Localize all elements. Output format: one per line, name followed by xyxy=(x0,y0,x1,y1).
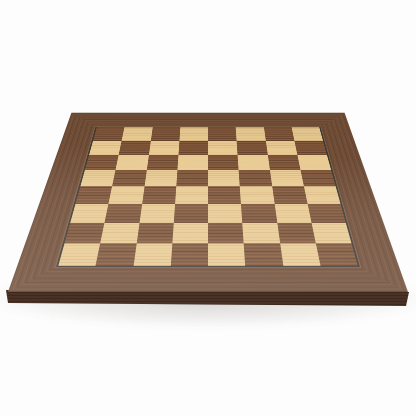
square-r5c1[interactable] xyxy=(75,186,112,204)
square-r5c7[interactable] xyxy=(272,186,308,204)
square-r6c7[interactable] xyxy=(274,204,311,223)
square-r5c5[interactable] xyxy=(208,186,241,204)
square-r2c1[interactable] xyxy=(89,141,122,155)
square-r7c2[interactable] xyxy=(100,223,139,244)
square-r8c8[interactable] xyxy=(316,243,358,265)
chess-board xyxy=(8,113,408,292)
square-r1c6[interactable] xyxy=(236,127,266,140)
square-r3c6[interactable] xyxy=(238,155,270,170)
square-r7c4[interactable] xyxy=(172,223,208,244)
square-r2c4[interactable] xyxy=(178,141,208,155)
square-r2c2[interactable] xyxy=(119,141,151,155)
square-r7c5[interactable] xyxy=(208,223,244,244)
square-r3c2[interactable] xyxy=(116,155,149,170)
square-r3c7[interactable] xyxy=(267,155,300,170)
square-r8c6[interactable] xyxy=(244,243,283,265)
square-r1c3[interactable] xyxy=(151,127,181,140)
square-r1c4[interactable] xyxy=(179,127,208,140)
photo-background xyxy=(0,0,416,416)
square-r3c5[interactable] xyxy=(208,155,239,170)
square-r8c3[interactable] xyxy=(133,243,172,265)
square-r2c8[interactable] xyxy=(294,141,327,155)
square-r3c4[interactable] xyxy=(177,155,208,170)
square-r5c4[interactable] xyxy=(175,186,208,204)
square-r5c3[interactable] xyxy=(142,186,176,204)
square-r1c8[interactable] xyxy=(291,127,323,140)
square-r2c5[interactable] xyxy=(208,141,238,155)
square-r4c8[interactable] xyxy=(300,170,335,186)
square-r6c6[interactable] xyxy=(241,204,277,223)
square-r1c2[interactable] xyxy=(122,127,153,140)
square-r2c6[interactable] xyxy=(237,141,268,155)
square-r4c7[interactable] xyxy=(270,170,304,186)
square-r8c4[interactable] xyxy=(171,243,208,265)
square-r1c7[interactable] xyxy=(264,127,295,140)
square-r8c1[interactable] xyxy=(58,243,100,265)
square-r3c1[interactable] xyxy=(85,155,119,170)
square-r2c7[interactable] xyxy=(265,141,297,155)
square-r8c7[interactable] xyxy=(280,243,321,265)
square-r4c6[interactable] xyxy=(239,170,272,186)
square-r7c1[interactable] xyxy=(64,223,104,244)
square-r1c5[interactable] xyxy=(208,127,237,140)
square-r3c3[interactable] xyxy=(146,155,178,170)
square-r7c7[interactable] xyxy=(277,223,316,244)
square-r7c3[interactable] xyxy=(136,223,173,244)
square-r5c6[interactable] xyxy=(240,186,274,204)
square-r8c2[interactable] xyxy=(96,243,137,265)
square-r6c5[interactable] xyxy=(208,204,242,223)
square-r4c5[interactable] xyxy=(208,170,240,186)
square-r4c1[interactable] xyxy=(80,170,115,186)
square-r4c2[interactable] xyxy=(112,170,146,186)
square-r6c2[interactable] xyxy=(105,204,142,223)
square-r5c2[interactable] xyxy=(109,186,145,204)
square-r5c8[interactable] xyxy=(304,186,341,204)
square-r6c8[interactable] xyxy=(307,204,345,223)
square-r8c5[interactable] xyxy=(208,243,245,265)
square-r6c1[interactable] xyxy=(70,204,108,223)
square-r1c1[interactable] xyxy=(93,127,125,140)
playing-area xyxy=(56,127,360,267)
square-r6c3[interactable] xyxy=(139,204,175,223)
square-r3c8[interactable] xyxy=(297,155,331,170)
square-r7c6[interactable] xyxy=(242,223,279,244)
square-r4c4[interactable] xyxy=(176,170,208,186)
square-r7c8[interactable] xyxy=(311,223,351,244)
square-r4c3[interactable] xyxy=(144,170,177,186)
square-r2c3[interactable] xyxy=(149,141,180,155)
square-r6c4[interactable] xyxy=(174,204,208,223)
